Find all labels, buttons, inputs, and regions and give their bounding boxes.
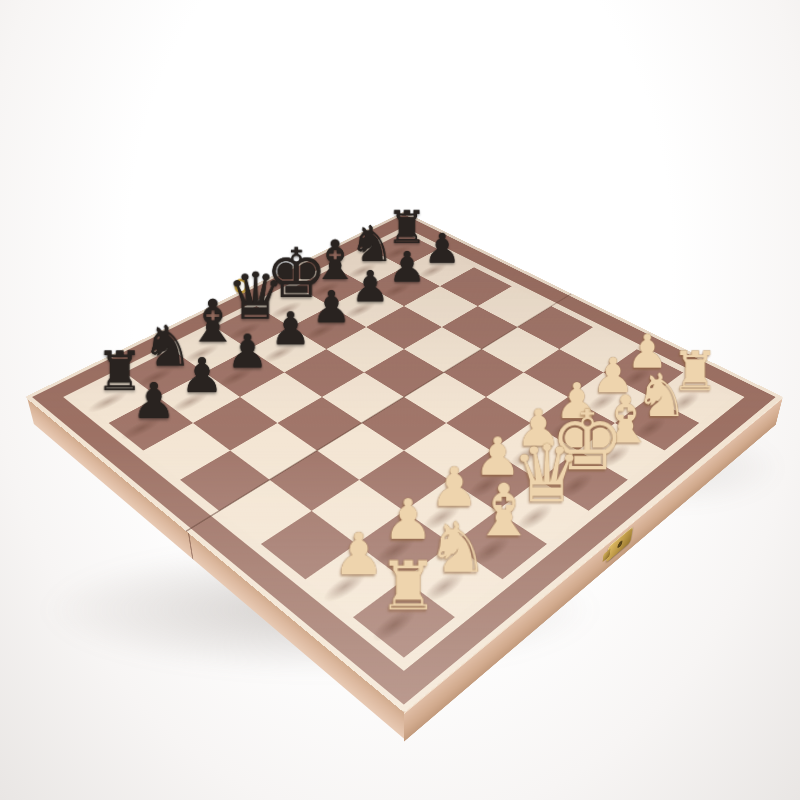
chess-board: ♜♞♝♛♚♝♞♜♟♟♟♟♟♟♟♟♟♟♟♟♟♟♟♟♜♞♝♛♚♝♞♜: [25, 212, 783, 713]
product-photo-background: { "game": "chess", "scene_description": …: [0, 0, 800, 800]
chess-set-photo: ♜♞♝♛♚♝♞♜♟♟♟♟♟♟♟♟♟♟♟♟♟♟♟♟♜♞♝♛♚♝♞♜: [0, 0, 800, 800]
piece-black-pawn-a7: ♟: [113, 376, 196, 426]
edge-fold-seam: [188, 531, 194, 559]
piece-white-rook-a1: ♜: [358, 553, 458, 620]
